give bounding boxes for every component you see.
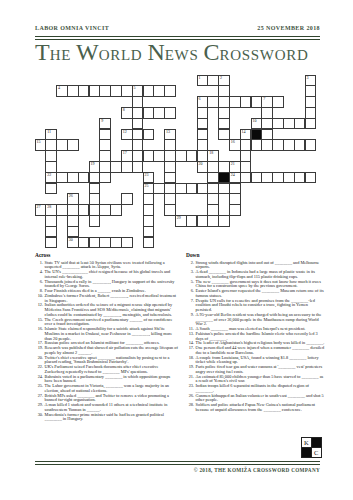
cell-number: 8 (123, 108, 125, 112)
cell-number: 11 (47, 130, 51, 134)
cell-number: 27 (36, 205, 40, 209)
grid-cell[interactable] (110, 204, 122, 216)
clue-text: Italian authorities ordered the seizure … (45, 303, 179, 317)
down-heading: Down (186, 252, 325, 258)
copyright-line: © 2018, THE KOMIŽA CROSSWORD COMPANY (194, 467, 320, 473)
page-title: THEWORLDNEWSCROSSWORD (35, 38, 320, 69)
clue-label: 30. (35, 413, 45, 423)
across-clue: 30.Macedonia's former prime minister sai… (35, 413, 179, 423)
down-clues-section: Down 2.Strong winds disrupted flights in… (186, 252, 325, 413)
header-rule-thick (35, 36, 320, 37)
across-clue: 16.Islamic State claimed responsibility … (35, 327, 179, 341)
grid-cell[interactable] (164, 107, 176, 119)
cell-number: 17 (123, 151, 127, 155)
clue-text: A 95-year-old Berlin resident was charge… (196, 313, 325, 327)
cell-number: 6 (198, 97, 200, 101)
grid-cell[interactable] (143, 237, 155, 249)
across-clues-section: Across 1.State TV said that at least 50 … (35, 252, 179, 422)
cell-number: 19 (90, 162, 94, 166)
clue-label: 9. (186, 313, 196, 327)
footer-rule-thick (35, 461, 320, 462)
cell-number: 7 (263, 97, 265, 101)
masthead-motto: LABOR OMNIA VINCIT (35, 25, 109, 31)
cell-number: 20 (198, 162, 202, 166)
cell-number: 16 (231, 140, 235, 144)
footer-rule-thin (35, 464, 320, 465)
down-clue: 7.Despite UN calls for a ceasefire and p… (186, 299, 325, 313)
title-word: WORLD (76, 46, 142, 63)
grid-cell[interactable] (121, 193, 133, 205)
publisher-logo: KC (301, 437, 321, 457)
grid-cell[interactable] (305, 118, 317, 130)
clue-text: Soldiers and police attacked Papua New G… (196, 403, 325, 413)
clue-text: Islamic State claimed responsibility for… (45, 327, 179, 341)
cell-number: 22 (47, 173, 51, 177)
grid-cell[interactable] (45, 237, 57, 249)
across-clue: 12.Italian authorities ordered the seizu… (35, 303, 179, 317)
cell-number: 3 (306, 76, 308, 80)
cell-number: 4 (58, 86, 60, 90)
cell-number: 26 (69, 194, 73, 198)
cell-number: 12 (123, 130, 127, 134)
masthead-date: 25 NOVEMBER 2018 (257, 25, 320, 31)
grid-cell[interactable] (305, 139, 317, 151)
grid-cell[interactable] (218, 215, 230, 227)
clue-label: 16. (35, 327, 45, 341)
logo-letter-cell: C (311, 447, 322, 458)
title-word: THE (35, 46, 71, 63)
cell-number: 23 (144, 173, 148, 177)
grid-cell[interactable] (272, 96, 284, 108)
across-clue-list: 1.State TV said that at least 50 Syrian … (35, 261, 179, 423)
clue-label: 28. (186, 403, 196, 413)
grid-cell[interactable] (305, 172, 317, 184)
grid-cell[interactable] (164, 85, 176, 97)
grid-cell[interactable] (121, 237, 133, 249)
across-heading: Across (35, 252, 179, 258)
cell-number: 1 (198, 76, 200, 80)
cell-number: 14 (242, 130, 246, 134)
crossword-grid: 1234567891011121314151617181920212223242… (35, 75, 316, 248)
cell-number: 18 (209, 151, 213, 155)
cell-number: 5 (134, 86, 136, 90)
cell-number: 29 (177, 216, 181, 220)
down-clue: 28.Soldiers and police attacked Papua Ne… (186, 403, 325, 413)
down-clue-list: 2.Strong winds disrupted flights into an… (186, 261, 325, 413)
grid-cell[interactable] (99, 172, 111, 184)
down-clue: 9.A 95-year-old Berlin resident was char… (186, 313, 325, 327)
clue-text: Despite UN calls for a ceasefire and pro… (196, 299, 325, 313)
clue-label: 7. (186, 299, 196, 313)
cell-number: 2 (220, 76, 222, 80)
cell-number: 10 (252, 119, 256, 123)
cell-number: 15 (36, 140, 40, 144)
clue-text: Macedonia's former prime minister said h… (45, 413, 179, 423)
cell-number: 21 (231, 162, 235, 166)
cell-number: 13 (166, 130, 170, 134)
title-word: NEWS (147, 46, 198, 63)
grid-cell[interactable] (143, 129, 155, 141)
title-word: CROSSWORD (203, 46, 308, 63)
grid-cell[interactable] (45, 183, 57, 195)
cell-number: 24 (231, 173, 235, 177)
cell-number: 28 (47, 205, 51, 209)
cell-number: 9 (101, 119, 103, 123)
grid-cell[interactable] (229, 204, 241, 216)
grid-cell[interactable] (67, 139, 79, 151)
grid-cell[interactable] (89, 215, 101, 227)
clue-label: 12. (35, 303, 45, 317)
cell-number: 30 (69, 238, 73, 242)
cell-number: 25 (144, 184, 148, 188)
